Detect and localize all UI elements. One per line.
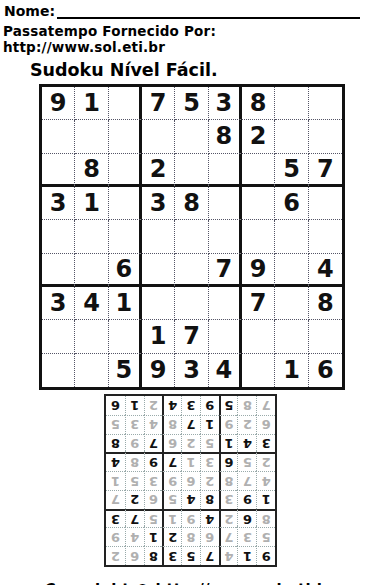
solution-cell: 1 <box>256 490 275 509</box>
solution-cell: 2 <box>237 415 256 434</box>
solution-cell: 4 <box>199 509 218 528</box>
solution-cell: 8 <box>218 471 237 490</box>
sudoku-cell[interactable]: 1 <box>275 354 308 387</box>
solution-cell: 4 <box>237 434 256 453</box>
solution-cell: 7 <box>143 434 162 453</box>
solution-cell: 4 <box>256 471 275 490</box>
sudoku-cell[interactable] <box>42 154 75 187</box>
sudoku-cell[interactable]: 8 <box>75 154 108 187</box>
sudoku-cell[interactable] <box>42 320 75 353</box>
solution-cell: 5 <box>124 471 143 490</box>
sudoku-cell[interactable]: 7 <box>209 254 242 287</box>
solution-cell: 7 <box>162 452 181 471</box>
solution-cell: 2 <box>143 396 162 415</box>
sudoku-cell[interactable] <box>75 254 108 287</box>
sudoku-cell[interactable] <box>109 220 142 253</box>
sudoku-cell[interactable] <box>242 320 275 353</box>
sudoku-cell[interactable]: 8 <box>209 120 242 153</box>
solution-cell: 9 <box>199 396 218 415</box>
solution-cell: 9 <box>256 546 275 565</box>
solution-cell: 3 <box>162 546 181 565</box>
sudoku-cell[interactable]: 8 <box>242 87 275 120</box>
sudoku-cell[interactable]: 4 <box>75 287 108 320</box>
name-underline[interactable] <box>57 3 360 19</box>
solution-cell: 6 <box>181 471 200 490</box>
sudoku-cell[interactable] <box>75 120 108 153</box>
solution-cell: 9 <box>124 434 143 453</box>
solution-cell: 9 <box>237 490 256 509</box>
sudoku-cell[interactable]: 5 <box>275 154 308 187</box>
solution-cell: 4 <box>181 490 200 509</box>
sudoku-cell[interactable] <box>275 254 308 287</box>
sudoku-cell[interactable]: 8 <box>175 187 208 220</box>
sudoku-cell[interactable] <box>275 220 308 253</box>
sudoku-cell[interactable]: 8 <box>309 287 342 320</box>
sudoku-cell[interactable] <box>242 187 275 220</box>
solution-cell: 2 <box>181 434 200 453</box>
sudoku-cell[interactable]: 6 <box>309 354 342 387</box>
provided-by-text: Passatempo Fornecido Por: http://www.sol… <box>0 19 380 55</box>
solution-cell: 6 <box>237 509 256 528</box>
sudoku-cell[interactable]: 7 <box>175 320 208 353</box>
sudoku-cell[interactable]: 9 <box>242 254 275 287</box>
solution-cell: 7 <box>256 396 275 415</box>
solution-cell: 3 <box>256 434 275 453</box>
solution-cell: 6 <box>124 546 143 565</box>
sudoku-cell[interactable] <box>42 354 75 387</box>
solution-cell: 1 <box>106 471 125 490</box>
sudoku-cell[interactable] <box>309 87 342 120</box>
solution-cell: 4 <box>162 396 181 415</box>
solution-cell: 2 <box>162 527 181 546</box>
sudoku-cell[interactable]: 3 <box>175 354 208 387</box>
puzzle-grid: 9175388282573138667943417817593416 <box>39 84 345 390</box>
page-title: Sudoku Nível Fácil. <box>30 60 380 80</box>
sudoku-cell[interactable] <box>309 187 342 220</box>
sudoku-cell[interactable] <box>42 254 75 287</box>
sudoku-cell[interactable]: 3 <box>42 187 75 220</box>
copyright-text: Copyright © http://www.sol.eti.br <box>0 581 380 585</box>
solution-cell: 8 <box>237 396 256 415</box>
sudoku-cell[interactable] <box>175 120 208 153</box>
sudoku-cell[interactable] <box>209 154 242 187</box>
solution-cell: 8 <box>124 452 143 471</box>
solution-cell: 1 <box>199 415 218 434</box>
solution-cell: 1 <box>143 527 162 546</box>
sudoku-cell[interactable] <box>75 220 108 253</box>
sudoku-cell[interactable] <box>42 220 75 253</box>
solution-cell: 3 <box>181 396 200 415</box>
sudoku-cell[interactable] <box>75 320 108 353</box>
sudoku-cell[interactable]: 3 <box>42 287 75 320</box>
sudoku-cell[interactable] <box>275 287 308 320</box>
sudoku-cell[interactable] <box>242 154 275 187</box>
solution-cell: 6 <box>256 415 275 434</box>
sudoku-cell[interactable] <box>109 120 142 153</box>
solution-cell: 6 <box>143 490 162 509</box>
solution-cell: 3 <box>124 415 143 434</box>
sudoku-cell[interactable]: 2 <box>142 154 175 187</box>
solution-cell: 8 <box>143 546 162 565</box>
solution-cell: 2 <box>256 452 275 471</box>
solution-cell: 8 <box>256 509 275 528</box>
solution-cell: 5 <box>143 509 162 528</box>
sudoku-cell[interactable] <box>75 354 108 387</box>
solution-cell: 4 <box>143 415 162 434</box>
sudoku-cell[interactable] <box>42 120 75 153</box>
sudoku-cell[interactable]: 4 <box>209 354 242 387</box>
sudoku-cell[interactable] <box>209 320 242 353</box>
solution-cell: 5 <box>181 546 200 565</box>
sudoku-cell[interactable] <box>275 87 308 120</box>
sudoku-cell[interactable] <box>175 287 208 320</box>
sudoku-cell[interactable] <box>142 120 175 153</box>
solution-cell: 3 <box>237 527 256 546</box>
solution-cell: 8 <box>199 490 218 509</box>
sudoku-cell[interactable]: 9 <box>142 354 175 387</box>
sudoku-cell[interactable] <box>209 220 242 253</box>
sudoku-cell[interactable] <box>109 87 142 120</box>
sudoku-cell[interactable]: 7 <box>142 87 175 120</box>
sudoku-cell[interactable]: 6 <box>109 254 142 287</box>
sudoku-cell[interactable] <box>209 187 242 220</box>
solution-cell: 4 <box>124 527 143 546</box>
sudoku-cell[interactable] <box>209 287 242 320</box>
sudoku-cell[interactable]: 7 <box>242 287 275 320</box>
sudoku-cell[interactable] <box>242 354 275 387</box>
solution-cell: 6 <box>106 396 125 415</box>
solution-cell: 6 <box>199 527 218 546</box>
solution-cell: 1 <box>218 434 237 453</box>
solution-cell: 3 <box>199 452 218 471</box>
solution-cell: 7 <box>237 471 256 490</box>
name-row: Nome: <box>0 0 380 19</box>
sudoku-cell[interactable]: 5 <box>109 354 142 387</box>
solution-cell: 9 <box>162 471 181 490</box>
sudoku-cell[interactable]: 1 <box>109 287 142 320</box>
sudoku-cell[interactable]: 7 <box>309 154 342 187</box>
solution-cell: 5 <box>237 452 256 471</box>
sudoku-cell[interactable]: 6 <box>275 187 308 220</box>
solution-cell: 7 <box>124 509 143 528</box>
sudoku-cell[interactable] <box>175 154 208 187</box>
solution-cell: 2 <box>106 546 125 565</box>
solution-cell: 1 <box>124 396 143 415</box>
solution-cell: 8 <box>106 434 125 453</box>
sudoku-cell[interactable] <box>175 220 208 253</box>
sudoku-cell[interactable]: 9 <box>42 87 75 120</box>
solution-cell: 6 <box>218 452 237 471</box>
sudoku-cell[interactable] <box>275 120 308 153</box>
sudoku-cell[interactable] <box>242 220 275 253</box>
sudoku-cell[interactable]: 4 <box>309 254 342 287</box>
sudoku-cell[interactable]: 1 <box>75 87 108 120</box>
solution-cell: 4 <box>218 546 237 565</box>
sudoku-cell[interactable]: 1 <box>75 187 108 220</box>
solution-cell: 1 <box>237 546 256 565</box>
solution-cell: 9 <box>106 527 125 546</box>
solution-cell: 3 <box>218 490 237 509</box>
solution-cell: 7 <box>218 527 237 546</box>
sudoku-cell[interactable]: 1 <box>142 320 175 353</box>
sudoku-cell[interactable]: 3 <box>142 187 175 220</box>
sudoku-cell[interactable] <box>142 287 175 320</box>
sudoku-cell[interactable] <box>109 187 142 220</box>
sudoku-cell[interactable] <box>109 154 142 187</box>
solution-cell: 9 <box>181 509 200 528</box>
solution-cell: 5 <box>218 396 237 415</box>
solution-cell: 7 <box>181 415 200 434</box>
solution-cell: 1 <box>181 452 200 471</box>
solution-cell: 9 <box>143 452 162 471</box>
sudoku-cell[interactable] <box>109 320 142 353</box>
solution-cell: 9 <box>218 415 237 434</box>
sudoku-cell[interactable] <box>309 120 342 153</box>
solution-cell: 7 <box>106 490 125 509</box>
solution-cell: 8 <box>162 415 181 434</box>
solution-cell: 5 <box>199 434 218 453</box>
sudoku-cell[interactable]: 2 <box>242 120 275 153</box>
sudoku-cell[interactable] <box>175 254 208 287</box>
sudoku-cell[interactable] <box>309 320 342 353</box>
solution-cell: 7 <box>199 546 218 565</box>
sudoku-cell[interactable]: 5 <box>175 87 208 120</box>
sudoku-cell[interactable] <box>142 220 175 253</box>
sudoku-cell[interactable]: 3 <box>209 87 242 120</box>
solution-cell: 5 <box>256 527 275 546</box>
sudoku-cell[interactable] <box>275 320 308 353</box>
solution-cell: 2 <box>218 509 237 528</box>
sudoku-cell[interactable] <box>142 254 175 287</box>
solution-cell: 4 <box>106 452 125 471</box>
solution-cell: 1 <box>162 509 181 528</box>
solution-grid: 9147538625376821498624915731938456274782… <box>104 394 277 567</box>
solution-cell: 8 <box>181 527 200 546</box>
solution-cell: 3 <box>143 471 162 490</box>
name-label: Nome: <box>4 4 55 19</box>
solution-cell: 6 <box>162 434 181 453</box>
solution-cell: 2 <box>199 471 218 490</box>
solution-area: 9147538625376821498624915731938456274782… <box>0 394 380 567</box>
solution-cell: 3 <box>106 509 125 528</box>
sudoku-cell[interactable] <box>309 220 342 253</box>
solution-cell: 5 <box>162 490 181 509</box>
solution-cell: 5 <box>106 415 125 434</box>
solution-cell: 2 <box>124 490 143 509</box>
